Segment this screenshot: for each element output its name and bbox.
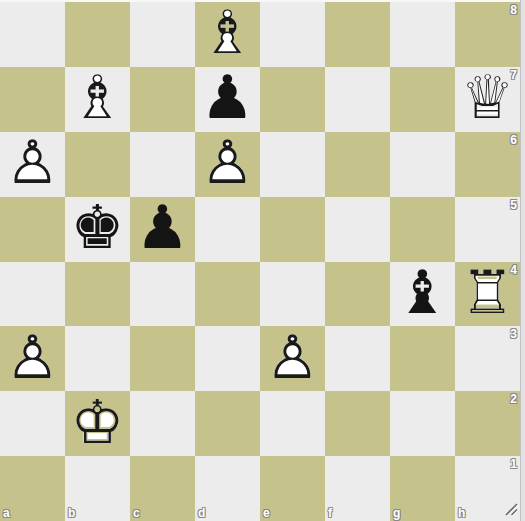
black-pawn[interactable]: ♟ xyxy=(195,67,260,132)
square-b5[interactable]: ♚ xyxy=(65,197,130,262)
piece-glyph: ♝ xyxy=(396,262,450,322)
file-label-e: e xyxy=(263,506,270,520)
square-b3[interactable] xyxy=(65,326,130,391)
piece-glyph-outline: ♔ xyxy=(71,392,125,452)
black-king[interactable]: ♚ xyxy=(65,197,130,262)
square-f5[interactable] xyxy=(325,197,390,262)
rank-label-3: 3 xyxy=(510,327,517,341)
square-b2[interactable]: ♚♔ xyxy=(65,391,130,456)
chess-board: ♝♗8♝♗♟7♛♕♟♙♟♙6♚♟5♝4♜♖♟♙♟♙3♚♔2abcdefg1h xyxy=(0,2,520,521)
square-h5[interactable]: 5 xyxy=(455,197,520,262)
black-bishop[interactable]: ♝ xyxy=(390,262,455,327)
window-right-edge xyxy=(520,0,525,521)
square-f1[interactable]: f xyxy=(325,456,390,521)
square-a6[interactable]: ♟♙ xyxy=(0,132,65,197)
square-d7[interactable]: ♟ xyxy=(195,67,260,132)
square-e6[interactable] xyxy=(260,132,325,197)
square-a4[interactable] xyxy=(0,262,65,327)
white-bishop[interactable]: ♝♗ xyxy=(195,2,260,67)
piece-glyph-outline: ♙ xyxy=(201,132,255,192)
white-pawn[interactable]: ♟♙ xyxy=(260,326,325,391)
piece-glyph: ♚ xyxy=(71,197,125,257)
resize-grip-icon[interactable] xyxy=(502,500,518,516)
square-g5[interactable] xyxy=(390,197,455,262)
square-d6[interactable]: ♟♙ xyxy=(195,132,260,197)
piece-glyph-outline: ♗ xyxy=(71,68,125,128)
file-label-f: f xyxy=(328,506,332,520)
square-g2[interactable] xyxy=(390,391,455,456)
piece-glyph-outline: ♕ xyxy=(461,68,515,128)
square-f8[interactable] xyxy=(325,2,390,67)
square-g7[interactable] xyxy=(390,67,455,132)
square-b1[interactable]: b xyxy=(65,456,130,521)
file-label-a: a xyxy=(3,506,10,520)
square-c7[interactable] xyxy=(130,67,195,132)
square-c2[interactable] xyxy=(130,391,195,456)
square-g3[interactable] xyxy=(390,326,455,391)
square-e1[interactable]: e xyxy=(260,456,325,521)
square-e7[interactable] xyxy=(260,67,325,132)
square-g6[interactable] xyxy=(390,132,455,197)
square-e2[interactable] xyxy=(260,391,325,456)
piece-glyph-outline: ♙ xyxy=(6,327,60,387)
square-h7[interactable]: 7♛♕ xyxy=(455,67,520,132)
file-label-g: g xyxy=(393,506,400,520)
square-e4[interactable] xyxy=(260,262,325,327)
square-d2[interactable] xyxy=(195,391,260,456)
square-b6[interactable] xyxy=(65,132,130,197)
rank-label-1: 1 xyxy=(510,457,517,471)
square-d8[interactable]: ♝♗ xyxy=(195,2,260,67)
square-h4[interactable]: 4♜♖ xyxy=(455,262,520,327)
square-a1[interactable]: a xyxy=(0,456,65,521)
white-bishop[interactable]: ♝♗ xyxy=(65,67,130,132)
square-f3[interactable] xyxy=(325,326,390,391)
file-label-d: d xyxy=(198,506,205,520)
square-h6[interactable]: 6 xyxy=(455,132,520,197)
piece-glyph-outline: ♗ xyxy=(201,3,255,63)
square-g4[interactable]: ♝ xyxy=(390,262,455,327)
square-e3[interactable]: ♟♙ xyxy=(260,326,325,391)
white-pawn[interactable]: ♟♙ xyxy=(0,132,65,197)
square-c6[interactable] xyxy=(130,132,195,197)
rank-label-5: 5 xyxy=(510,198,517,212)
piece-glyph: ♟ xyxy=(136,197,190,257)
white-rook[interactable]: ♜♖ xyxy=(455,262,520,327)
square-d1[interactable]: d xyxy=(195,456,260,521)
square-a7[interactable] xyxy=(0,67,65,132)
square-a8[interactable] xyxy=(0,2,65,67)
square-h2[interactable]: 2 xyxy=(455,391,520,456)
file-label-c: c xyxy=(133,506,140,520)
file-label-b: b xyxy=(68,506,75,520)
square-f7[interactable] xyxy=(325,67,390,132)
piece-glyph-outline: ♙ xyxy=(266,327,320,387)
square-d4[interactable] xyxy=(195,262,260,327)
square-d3[interactable] xyxy=(195,326,260,391)
square-c1[interactable]: c xyxy=(130,456,195,521)
piece-glyph-outline: ♖ xyxy=(461,262,515,322)
square-d5[interactable] xyxy=(195,197,260,262)
white-pawn[interactable]: ♟♙ xyxy=(195,132,260,197)
square-f6[interactable] xyxy=(325,132,390,197)
piece-glyph-outline: ♙ xyxy=(6,132,60,192)
square-c4[interactable] xyxy=(130,262,195,327)
piece-glyph: ♟ xyxy=(201,68,255,128)
rank-label-8: 8 xyxy=(510,3,517,17)
white-queen[interactable]: ♛♕ xyxy=(455,67,520,132)
square-c3[interactable] xyxy=(130,326,195,391)
square-f2[interactable] xyxy=(325,391,390,456)
square-b8[interactable] xyxy=(65,2,130,67)
square-g1[interactable]: g xyxy=(390,456,455,521)
square-e5[interactable] xyxy=(260,197,325,262)
rank-label-2: 2 xyxy=(510,392,517,406)
square-a2[interactable] xyxy=(0,391,65,456)
chess-app-window: ♝♗8♝♗♟7♛♕♟♙♟♙6♚♟5♝4♜♖♟♙♟♙3♚♔2abcdefg1h xyxy=(0,0,525,521)
square-a3[interactable]: ♟♙ xyxy=(0,326,65,391)
square-b4[interactable] xyxy=(65,262,130,327)
square-c8[interactable] xyxy=(130,2,195,67)
square-f4[interactable] xyxy=(325,262,390,327)
square-h8[interactable]: 8 xyxy=(455,2,520,67)
white-king[interactable]: ♚♔ xyxy=(65,391,130,456)
square-b7[interactable]: ♝♗ xyxy=(65,67,130,132)
square-a5[interactable] xyxy=(0,197,65,262)
rank-label-6: 6 xyxy=(510,133,517,147)
black-pawn[interactable]: ♟ xyxy=(130,197,195,262)
square-h3[interactable]: 3 xyxy=(455,326,520,391)
white-pawn[interactable]: ♟♙ xyxy=(0,326,65,391)
square-e8[interactable] xyxy=(260,2,325,67)
file-label-h: h xyxy=(458,506,465,520)
square-g8[interactable] xyxy=(390,2,455,67)
square-c5[interactable]: ♟ xyxy=(130,197,195,262)
